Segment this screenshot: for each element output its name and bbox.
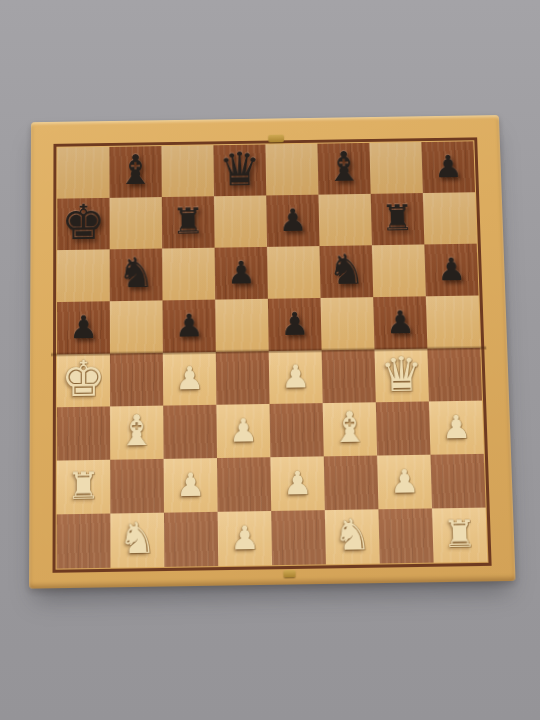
square-e8[interactable] (265, 144, 318, 196)
square-e2[interactable]: ♟ (270, 456, 324, 511)
brass-hinge-icon (283, 570, 295, 577)
photo-scene: ♝♛♝♟♚♜♟♜♞♟♞♟♟♟♟♟♚♟♟♛♝♟♝♟♜♟♟♟♞♟♞♜ (0, 0, 540, 720)
square-a4[interactable]: ♚ (57, 354, 110, 408)
square-c5[interactable]: ♟ (163, 300, 216, 353)
square-c6[interactable] (162, 248, 215, 301)
piece-white-knight[interactable]: ♞ (118, 517, 156, 561)
piece-white-knight[interactable]: ♞ (333, 513, 372, 557)
square-h4[interactable] (427, 348, 482, 402)
piece-white-rook[interactable]: ♜ (67, 466, 101, 504)
square-a8[interactable] (57, 147, 109, 199)
square-h8[interactable]: ♟ (421, 141, 475, 193)
square-g4[interactable]: ♛ (374, 349, 428, 403)
piece-black-king[interactable]: ♚ (61, 197, 105, 246)
piece-black-bishop[interactable]: ♝ (325, 147, 363, 188)
square-f1[interactable]: ♞ (325, 509, 380, 564)
square-b4[interactable] (110, 353, 163, 407)
piece-black-pawn[interactable]: ♟ (69, 310, 98, 342)
square-b6[interactable]: ♞ (110, 249, 163, 302)
square-b8[interactable]: ♝ (109, 146, 161, 198)
piece-black-pawn[interactable]: ♟ (437, 253, 466, 285)
chess-board: ♝♛♝♟♚♜♟♜♞♟♞♟♟♟♟♟♚♟♟♛♝♟♝♟♜♟♟♟♞♟♞♜ (29, 115, 516, 589)
square-g2[interactable]: ♟ (377, 455, 432, 510)
piece-white-bishop[interactable]: ♝ (330, 406, 369, 449)
piece-white-pawn[interactable]: ♟ (441, 410, 471, 443)
piece-white-queen[interactable]: ♛ (379, 349, 423, 397)
piece-white-rook[interactable]: ♜ (442, 514, 477, 552)
piece-black-rook[interactable]: ♜ (381, 199, 415, 235)
square-b7[interactable] (110, 197, 163, 249)
square-e3[interactable] (270, 403, 324, 457)
square-g7[interactable]: ♜ (371, 193, 425, 245)
square-c2[interactable]: ♟ (164, 458, 218, 513)
square-e1[interactable] (271, 510, 326, 565)
piece-black-pawn[interactable]: ♟ (175, 309, 204, 341)
square-c8[interactable] (161, 145, 214, 197)
square-h7[interactable] (423, 192, 477, 244)
square-f5[interactable] (321, 297, 375, 350)
square-f3[interactable]: ♝ (323, 402, 377, 456)
piece-white-pawn[interactable]: ♟ (229, 413, 258, 446)
piece-white-pawn[interactable]: ♟ (283, 466, 313, 499)
square-a5[interactable]: ♟ (57, 301, 110, 354)
piece-white-pawn[interactable]: ♟ (230, 521, 260, 554)
square-h3[interactable]: ♟ (429, 401, 484, 455)
square-h6[interactable]: ♟ (424, 244, 478, 297)
piece-white-pawn[interactable]: ♟ (176, 468, 205, 501)
piece-white-pawn[interactable]: ♟ (175, 361, 204, 393)
square-h5[interactable] (426, 296, 480, 349)
square-c7[interactable]: ♜ (162, 196, 215, 248)
square-d8[interactable]: ♛ (213, 144, 266, 196)
square-c1[interactable] (164, 512, 218, 567)
square-d6[interactable]: ♟ (215, 247, 268, 300)
square-e6[interactable] (267, 246, 320, 299)
piece-black-pawn[interactable]: ♟ (386, 306, 415, 338)
square-d7[interactable] (214, 195, 267, 247)
brass-latch-icon (268, 135, 284, 143)
square-h2[interactable] (430, 454, 485, 509)
square-a7[interactable]: ♚ (57, 198, 109, 250)
square-e4[interactable]: ♟ (269, 350, 323, 404)
square-d3[interactable]: ♟ (216, 404, 270, 458)
piece-white-pawn[interactable]: ♟ (390, 464, 420, 497)
square-e5[interactable]: ♟ (268, 298, 322, 351)
board-grid: ♝♛♝♟♚♜♟♜♞♟♞♟♟♟♟♟♚♟♟♛♝♟♝♟♜♟♟♟♞♟♞♜ (57, 141, 488, 568)
square-g5[interactable]: ♟ (373, 296, 427, 349)
square-f7[interactable] (318, 194, 371, 246)
piece-black-bishop[interactable]: ♝ (117, 150, 154, 191)
board-inner-frame: ♝♛♝♟♚♜♟♜♞♟♞♟♟♟♟♟♚♟♟♛♝♟♝♟♜♟♟♟♞♟♞♜ (57, 141, 488, 568)
piece-black-pawn[interactable]: ♟ (434, 150, 463, 181)
square-f4[interactable] (322, 349, 376, 403)
piece-black-pawn[interactable]: ♟ (280, 307, 309, 339)
square-f6[interactable]: ♞ (319, 245, 373, 298)
square-d1[interactable]: ♟ (218, 511, 272, 566)
square-g1[interactable] (378, 508, 433, 563)
square-c4[interactable]: ♟ (163, 352, 217, 406)
piece-black-knight[interactable]: ♞ (117, 252, 155, 294)
square-a6[interactable] (57, 249, 110, 302)
square-a2[interactable]: ♜ (57, 460, 111, 515)
piece-black-pawn[interactable]: ♟ (278, 204, 307, 235)
square-g6[interactable] (372, 244, 426, 297)
piece-black-queen[interactable]: ♛ (218, 145, 261, 192)
square-g8[interactable] (369, 142, 422, 194)
square-d4[interactable] (216, 351, 270, 405)
square-b2[interactable] (110, 459, 164, 514)
square-d2[interactable] (217, 457, 271, 512)
square-b1[interactable]: ♞ (110, 513, 164, 568)
square-f2[interactable] (324, 456, 379, 511)
square-b3[interactable]: ♝ (110, 406, 164, 460)
square-a1[interactable] (57, 514, 111, 569)
square-d5[interactable] (215, 299, 269, 352)
piece-white-king[interactable]: ♚ (61, 353, 106, 404)
piece-black-rook[interactable]: ♜ (172, 203, 205, 239)
piece-black-knight[interactable]: ♞ (327, 249, 365, 291)
square-g3[interactable] (376, 401, 431, 455)
piece-white-bishop[interactable]: ♝ (118, 410, 156, 453)
square-f8[interactable]: ♝ (317, 143, 370, 195)
square-c3[interactable] (163, 405, 217, 459)
square-e7[interactable]: ♟ (266, 195, 319, 247)
square-h1[interactable]: ♜ (432, 508, 487, 563)
square-a3[interactable] (57, 406, 110, 460)
square-b5[interactable] (110, 300, 163, 353)
piece-black-pawn[interactable]: ♟ (227, 256, 256, 288)
piece-white-pawn[interactable]: ♟ (281, 360, 310, 392)
